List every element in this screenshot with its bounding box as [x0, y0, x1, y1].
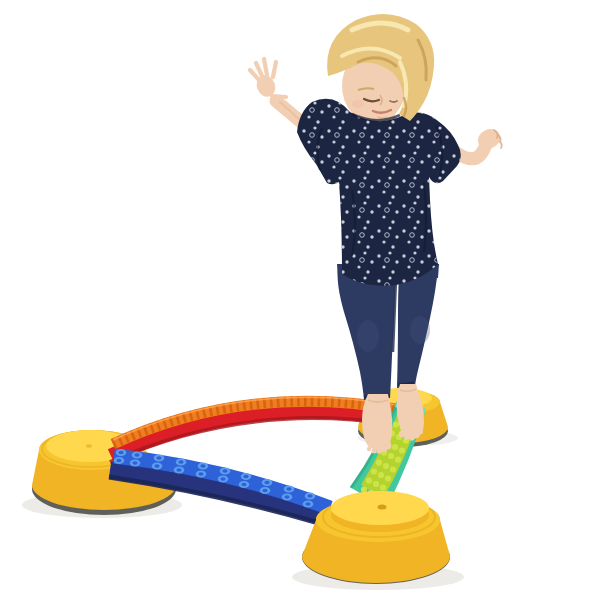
stone-center-hole	[86, 444, 92, 448]
cheek-blush	[352, 100, 364, 108]
closed-eye-far	[390, 101, 397, 102]
scene-illustration	[0, 0, 600, 600]
stone-center-hole	[378, 504, 387, 509]
product-photo: Young blonde girl in a navy polka-dot T-…	[0, 0, 600, 600]
